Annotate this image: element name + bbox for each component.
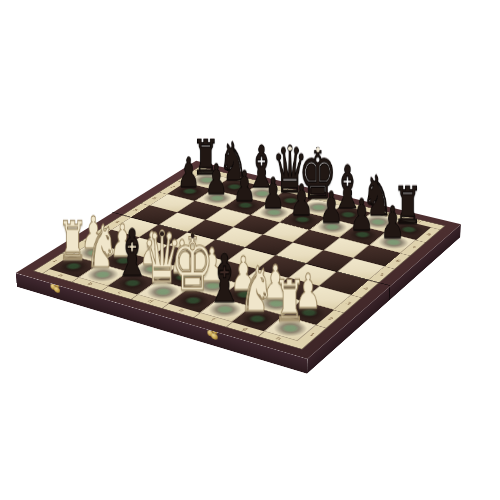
contrast-finial [160,231,164,236]
brass-latch-icon [50,280,62,294]
contrast-finial [191,232,195,238]
product-photo-scene: abcdefgh abcdefgh 87654321 87654321 ♜♞♝♛… [0,0,500,500]
contrast-finial [316,147,319,152]
board-surface: abcdefgh abcdefgh 87654321 87654321 ♜♞♝♛… [33,166,445,349]
board-grid: ♜♞♝♛♚♝♞♜♟♟♟♟♟♟♟♟♟♟♟♟♟♟♟♟♜♞♝♛♚♝♞♜ [49,172,431,341]
fold-seam-edge [389,286,391,301]
brass-latch-icon [208,326,220,341]
chess-board: abcdefgh abcdefgh 87654321 87654321 ♜♞♝♛… [16,161,461,359]
piece-white-rook-h1[interactable]: ♜ [264,274,315,329]
contrast-finial [287,146,291,150]
piece-black-pawn-h7[interactable]: ♟ [369,202,415,244]
